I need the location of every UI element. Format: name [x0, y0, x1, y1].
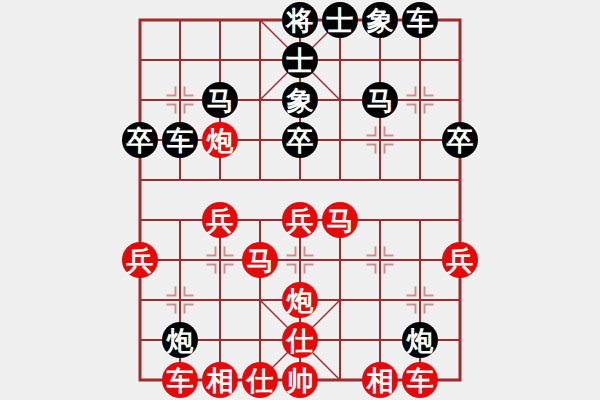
- piece-black-horse[interactable]: 马: [362, 82, 398, 118]
- piece-black-advisor[interactable]: 士: [322, 2, 358, 38]
- pieces-layer: 将士象车士马象马卒车炮卒卒兵兵马兵马兵炮炮仕炮车相仕帅相车: [0, 0, 600, 400]
- piece-black-cannon[interactable]: 炮: [402, 322, 438, 358]
- piece-red-soldier[interactable]: 兵: [122, 242, 158, 278]
- piece-black-elephant[interactable]: 象: [362, 2, 398, 38]
- piece-red-cannon[interactable]: 炮: [202, 122, 238, 158]
- piece-black-chariot[interactable]: 车: [162, 122, 198, 158]
- piece-red-soldier[interactable]: 兵: [202, 202, 238, 238]
- piece-red-cannon[interactable]: 炮: [282, 282, 318, 318]
- piece-red-soldier[interactable]: 兵: [442, 242, 478, 278]
- piece-red-chariot[interactable]: 车: [402, 362, 438, 398]
- piece-red-advisor[interactable]: 仕: [282, 322, 318, 358]
- xiangqi-board: 将士象车士马象马卒车炮卒卒兵兵马兵马兵炮炮仕炮车相仕帅相车: [0, 0, 600, 400]
- piece-red-elephant[interactable]: 相: [202, 362, 238, 398]
- piece-black-soldier[interactable]: 卒: [122, 122, 158, 158]
- piece-black-general[interactable]: 将: [282, 2, 318, 38]
- piece-red-horse[interactable]: 马: [242, 242, 278, 278]
- piece-black-horse[interactable]: 马: [202, 82, 238, 118]
- piece-black-soldier[interactable]: 卒: [442, 122, 478, 158]
- piece-black-soldier[interactable]: 卒: [282, 122, 318, 158]
- piece-black-cannon[interactable]: 炮: [162, 322, 198, 358]
- piece-red-general[interactable]: 帅: [282, 362, 318, 398]
- piece-red-advisor[interactable]: 仕: [242, 362, 278, 398]
- piece-red-horse[interactable]: 马: [322, 202, 358, 238]
- piece-red-soldier[interactable]: 兵: [282, 202, 318, 238]
- piece-black-elephant[interactable]: 象: [282, 82, 318, 118]
- piece-red-elephant[interactable]: 相: [362, 362, 398, 398]
- piece-black-chariot[interactable]: 车: [402, 2, 438, 38]
- piece-red-chariot[interactable]: 车: [162, 362, 198, 398]
- piece-black-advisor[interactable]: 士: [282, 42, 318, 78]
